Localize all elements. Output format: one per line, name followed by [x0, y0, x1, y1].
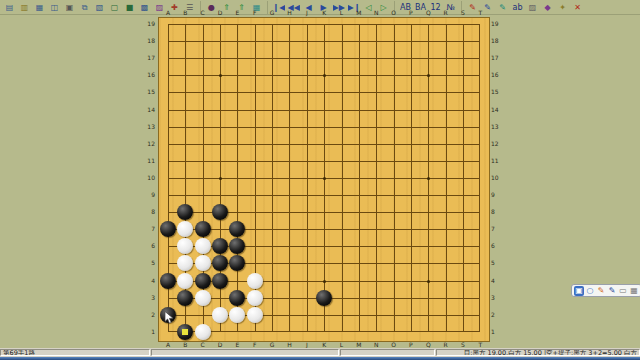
coord-top-S: S [454, 9, 472, 17]
stone-black-C7[interactable] [195, 221, 211, 237]
coord-top-B: B [176, 9, 194, 17]
open-file-icon[interactable]: ▥ [18, 1, 32, 14]
coord-top-M: M [350, 9, 368, 17]
save-icon[interactable]: ▦ [33, 1, 47, 14]
coord-left-2: 2 [143, 311, 155, 319]
last-move-marker [182, 329, 188, 335]
coord-left-9: 9 [143, 191, 155, 199]
tree-view-icon[interactable]: ▩ [138, 1, 152, 14]
stone-black-E3[interactable] [229, 290, 245, 306]
coord-right-18: 18 [491, 37, 503, 45]
coord-top-K: K [315, 9, 333, 17]
coord-top-N: N [367, 9, 385, 17]
coord-left-8: 8 [143, 208, 155, 216]
floating-tool-palette: ▣○✎✎▭▦ [571, 284, 640, 297]
coord-top-L: L [333, 9, 351, 17]
board-view-icon[interactable]: ▢ [108, 1, 122, 14]
stone-white-B4[interactable] [177, 273, 193, 289]
coord-top-Q: Q [419, 9, 437, 17]
stone-black-A4[interactable] [160, 273, 176, 289]
coord-top-E: E [228, 9, 246, 17]
grid-line [394, 24, 395, 332]
paste-icon[interactable]: ▧ [93, 1, 107, 14]
coord-top-G: G [263, 9, 281, 17]
status-move-info: 第69手1路 [0, 349, 150, 356]
grid-line [463, 24, 464, 332]
pen-tool-icon[interactable]: ✎ [607, 286, 617, 296]
coord-left-7: 7 [143, 225, 155, 233]
coord-left-6: 6 [143, 242, 155, 250]
coord-right-2: 2 [491, 311, 503, 319]
coord-top-J: J [298, 9, 316, 17]
coord-right-5: 5 [491, 259, 503, 267]
stone-black-B3[interactable] [177, 290, 193, 306]
coord-right-3: 3 [491, 294, 503, 302]
label-icon[interactable]: ab [511, 1, 525, 14]
coord-left-16: 16 [143, 71, 155, 79]
grid-line [411, 24, 412, 332]
grid-tool-icon[interactable]: ▦ [629, 286, 639, 296]
coord-right-17: 17 [491, 54, 503, 62]
coord-left-18: 18 [143, 37, 155, 45]
coord-left-19: 19 [143, 20, 155, 28]
stone-white-C5[interactable] [195, 255, 211, 271]
grid-line [359, 24, 360, 332]
status-bar: 第69手1路 目:黑方 19.00,白方 15.00 |空+提子:黑方 3+2=… [0, 348, 640, 357]
coord-left-15: 15 [143, 88, 155, 96]
grid-line [168, 195, 480, 196]
coord-left-4: 4 [143, 277, 155, 285]
grid-line [342, 24, 343, 332]
coord-right-10: 10 [491, 174, 503, 182]
stone-white-F2[interactable] [247, 307, 263, 323]
coord-right-12: 12 [491, 140, 503, 148]
star-point-K4 [323, 280, 326, 283]
new-file-icon[interactable]: ▤ [3, 1, 17, 14]
coord-right-9: 9 [491, 191, 503, 199]
grid-line [446, 24, 447, 332]
coord-left-12: 12 [143, 140, 155, 148]
stone-black-K3[interactable] [316, 290, 332, 306]
delete-mark-icon[interactable]: ✕ [571, 1, 585, 14]
stone-black-C4[interactable] [195, 273, 211, 289]
star-mark-icon[interactable]: ✦ [556, 1, 570, 14]
coord-top-R: R [437, 9, 455, 17]
stone-white-D2[interactable] [212, 307, 228, 323]
white-stone-tool-icon[interactable]: ○ [585, 286, 595, 296]
star-point-D10 [219, 177, 222, 180]
territory-icon[interactable]: ▨ [526, 1, 540, 14]
status-panel-middle1 [151, 349, 339, 356]
coord-top-T: T [471, 9, 489, 17]
coord-right-14: 14 [491, 106, 503, 114]
stone-black-D4[interactable] [212, 273, 228, 289]
copy-icon[interactable]: ⧉ [78, 1, 92, 14]
star-point-Q4 [427, 280, 430, 283]
stone-white-C1[interactable] [195, 324, 211, 340]
print-icon[interactable]: ▣ [63, 1, 77, 14]
coord-top-O: O [385, 9, 403, 17]
app-window: ▤▥▦◫▣⧉▧▢■▩▨✚☰●⇑⇑▦❙◀◀◀◀▶▶▶▶❙◁▷ABBA12№✎✎✎a… [0, 0, 640, 360]
board-edit-icon[interactable]: ■ [123, 1, 137, 14]
ruler-tool-icon[interactable]: ▭ [618, 286, 628, 296]
coord-left-13: 13 [143, 123, 155, 131]
coord-right-15: 15 [491, 88, 503, 96]
coord-right-4: 4 [491, 277, 503, 285]
coord-right-1: 1 [491, 328, 503, 336]
save-all-icon[interactable]: ◫ [48, 1, 62, 14]
stone-white-C6[interactable] [195, 238, 211, 254]
coord-left-11: 11 [143, 157, 155, 165]
coord-right-11: 11 [491, 157, 503, 165]
stone-white-F4[interactable] [247, 273, 263, 289]
coord-top-P: P [402, 9, 420, 17]
coord-right-7: 7 [491, 225, 503, 233]
coord-left-3: 3 [143, 294, 155, 302]
diamond-mark-icon[interactable]: ◆ [541, 1, 555, 14]
pen-teal-icon[interactable]: ✎ [496, 1, 510, 14]
pencil-tool-icon[interactable]: ✎ [596, 286, 606, 296]
grid-line [168, 229, 480, 230]
mouse-cursor [164, 309, 174, 328]
coord-right-16: 16 [491, 71, 503, 79]
window-tool-icon[interactable]: ▣ [574, 286, 584, 296]
status-panel-middle2 [340, 349, 435, 356]
coord-top-C: C [194, 9, 212, 17]
coord-right-19: 19 [491, 20, 503, 28]
stone-white-F3[interactable] [247, 290, 263, 306]
coord-right-8: 8 [491, 208, 503, 216]
coord-left-10: 10 [143, 174, 155, 182]
coord-left-5: 5 [143, 259, 155, 267]
coord-left-17: 17 [143, 54, 155, 62]
coord-top-A: A [159, 9, 177, 17]
coord-right-6: 6 [491, 242, 503, 250]
grid-line [376, 24, 377, 332]
status-score-estimate: 目:黑方 19.00,白方 15.00 |空+提子:黑方 3+2=5.00 白方 [436, 349, 640, 356]
coord-left-1: 1 [143, 328, 155, 336]
coord-top-H: H [280, 9, 298, 17]
coord-left-14: 14 [143, 106, 155, 114]
stone-white-C3[interactable] [195, 290, 211, 306]
coord-top-F: F [246, 9, 264, 17]
stone-white-E2[interactable] [229, 307, 245, 323]
coord-top-D: D [211, 9, 229, 17]
coord-right-13: 13 [491, 123, 503, 131]
